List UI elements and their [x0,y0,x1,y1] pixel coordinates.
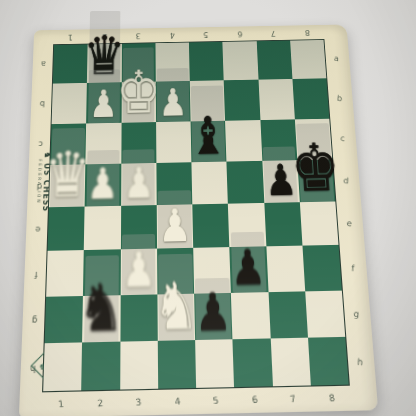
square-f6[interactable]: ♟ [230,247,268,293]
coord-label: a [325,38,348,78]
coord-label: f [340,244,365,291]
coord-label: 7 [272,384,314,413]
square-h3[interactable] [120,341,158,390]
square-e2[interactable] [84,206,121,250]
piece-black-king-d8[interactable]: ♚ [289,136,342,203]
square-b6[interactable] [224,80,260,120]
coord-label: 2 [79,388,120,416]
piece-black-bishop-c5[interactable]: ♝ [189,110,229,162]
board-frame: 12345678 12345678 abcdefgh abcdefgh ♛♟♚♟… [21,26,376,416]
square-c5[interactable]: ♝ [191,120,227,162]
square-h2[interactable] [81,341,120,390]
piece-white-king-b3[interactable]: ♚ [116,62,161,122]
square-g8[interactable] [305,290,345,337]
square-d1[interactable]: ♛ [49,164,86,207]
coord-label: 3 [121,30,155,43]
square-e4[interactable]: ♟ [156,204,193,248]
square-d8[interactable]: ♚ [297,159,335,202]
square-c4[interactable] [156,121,192,163]
piece-black-knight-g2[interactable]: ♞ [78,276,124,342]
coord-label: 3 [118,387,159,416]
coord-label: b [328,77,351,118]
square-a7[interactable] [256,41,292,80]
square-d6[interactable] [227,161,264,204]
coord-label: g [344,289,369,338]
square-b7[interactable] [258,79,295,119]
square-g5[interactable]: ♟ [194,292,233,339]
vinyl-chess-mat: 12345678 12345678 abcdefgh abcdefgh ♛♟♚♟… [19,24,378,416]
piece-black-pawn-f6[interactable]: ♟ [230,243,267,292]
coord-label: g [24,297,45,344]
coord-label: 4 [155,29,189,42]
piece-white-pawn-e4[interactable]: ♟ [158,202,192,248]
square-g7[interactable] [268,291,308,338]
piece-white-pawn-b4[interactable]: ♟ [159,84,188,122]
square-e8[interactable] [300,201,339,245]
square-a6[interactable] [223,41,258,80]
square-g2[interactable]: ♞ [82,295,120,342]
coord-label: h [347,336,372,386]
square-h6[interactable] [233,338,273,387]
coord-label: 4 [156,386,198,415]
piece-white-knight-g4[interactable]: ♞ [153,275,200,341]
square-g6[interactable] [231,292,270,339]
square-b4[interactable]: ♟ [156,81,191,121]
coord-label: f [26,251,47,297]
square-h8[interactable] [308,337,349,386]
square-d2[interactable]: ♟ [85,163,121,206]
coord-label: e [337,200,361,246]
square-a5[interactable] [189,42,224,81]
square-a8[interactable] [290,40,326,79]
coord-label: 1 [53,31,87,44]
piece-white-pawn-d3[interactable]: ♟ [123,162,155,206]
square-d5[interactable] [191,161,228,204]
square-f7[interactable] [266,246,305,292]
square-b8[interactable] [292,79,329,119]
coord-label: 5 [189,28,223,41]
square-h7[interactable] [270,337,310,386]
coord-label: 6 [222,28,256,41]
coord-label: 8 [310,383,352,412]
coord-label: 6 [233,385,275,414]
piece-white-pawn-d2[interactable]: ♟ [87,163,119,207]
photo-scene: 12345678 12345678 abcdefgh abcdefgh ♛♟♚♟… [0,0,416,416]
square-f8[interactable] [302,245,342,291]
square-b3[interactable]: ♚ [121,82,156,123]
piece-white-pawn-f3[interactable]: ♟ [121,245,156,295]
coord-label: 1 [41,389,82,416]
coord-label: 7 [256,27,290,40]
coord-label: 8 [290,27,325,40]
square-e1[interactable] [48,207,85,252]
square-e7[interactable] [264,202,302,246]
coord-label: b [32,83,52,123]
square-e5[interactable] [192,204,229,248]
square-g3[interactable] [120,294,158,341]
square-h4[interactable] [158,340,197,389]
square-b1[interactable] [52,83,88,124]
square-h1[interactable] [43,342,82,391]
coord-label: a [34,44,53,83]
square-h5[interactable] [195,339,234,388]
board-grid[interactable]: ♛♟♚♟♝♛♟♟♟♚♟♟♟♞♞♟ [42,39,350,392]
square-g4[interactable]: ♞ [157,293,195,340]
square-c6[interactable] [225,120,262,162]
square-f3[interactable]: ♟ [120,249,157,295]
square-d3[interactable]: ♟ [121,163,157,206]
piece-white-pawn-b2[interactable]: ♟ [89,85,118,123]
piece-black-pawn-g5[interactable]: ♟ [194,287,232,340]
coord-label: 5 [195,386,237,415]
